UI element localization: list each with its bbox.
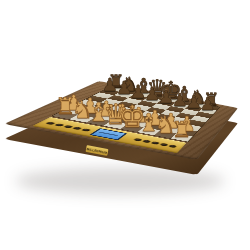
piece-black-pawn[interactable]: ♟ [200, 96, 216, 114]
product-photo-scene: MILLENNIUM ♜♞♝♛♚♝♞♜♟♟♟♟♟♟♟♟♟♟♟♟♟♟♟♟♜♞♝♛♚… [0, 0, 250, 250]
pieces-layer: ♜♞♝♛♚♝♞♜♟♟♟♟♟♟♟♟♟♟♟♟♟♟♟♟♜♞♝♛♚♝♞♜ [0, 0, 250, 250]
piece-white-rook[interactable]: ♜ [172, 118, 192, 140]
